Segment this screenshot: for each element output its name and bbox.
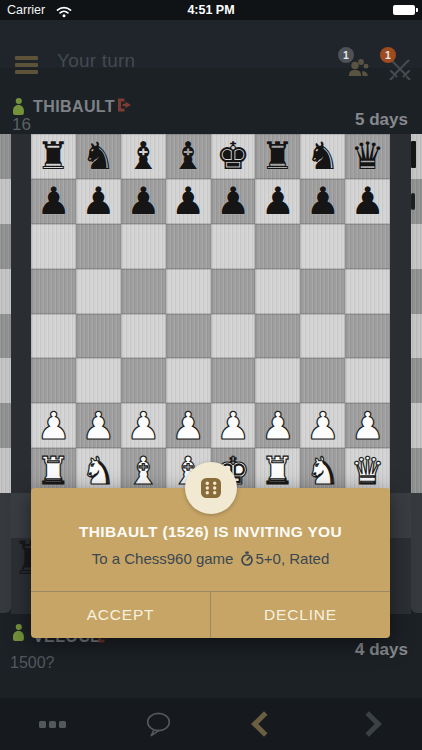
black-rook: ♜	[261, 137, 295, 175]
right-card-corner	[411, 493, 422, 613]
speech-bubble-icon	[145, 712, 172, 737]
black-pawn: ♟	[81, 182, 115, 220]
neighbor-square	[0, 314, 11, 359]
square-c8[interactable]: ♝	[121, 134, 166, 179]
black-pawn: ♟	[216, 182, 250, 220]
square-b2[interactable]: ♟	[76, 403, 121, 448]
square-h2[interactable]: ♟	[345, 403, 390, 448]
menu-button[interactable]	[15, 56, 38, 74]
square-f6[interactable]	[255, 224, 300, 269]
black-queen: ♛	[351, 137, 385, 175]
white-pawn: ♟	[81, 407, 115, 445]
square-f3[interactable]	[255, 358, 300, 403]
square-h5[interactable]	[345, 269, 390, 314]
neighbor-square	[411, 448, 422, 493]
player-icon	[13, 98, 24, 116]
square-g5[interactable]	[300, 269, 345, 314]
neighbor-square	[411, 269, 422, 314]
square-h4[interactable]	[345, 314, 390, 359]
square-e8[interactable]: ♚	[211, 134, 256, 179]
square-d3[interactable]	[166, 358, 211, 403]
incoming-challenge-icon	[117, 97, 134, 117]
square-d8[interactable]: ♝	[166, 134, 211, 179]
chess-board[interactable]: ♜♞♝♝♚♜♞♛♟♟♟♟♟♟♟♟♟♟♟♟♟♟♟♟♜♞♝♝♚♜♞♛	[31, 134, 390, 493]
square-g2[interactable]: ♟	[300, 403, 345, 448]
battery-tip	[416, 8, 418, 12]
square-d4[interactable]	[166, 314, 211, 359]
previous-game-button[interactable]	[211, 698, 317, 750]
square-c4[interactable]	[121, 314, 166, 359]
app-header: Your turn 1 1	[0, 20, 422, 68]
ghost-black-rook: ♜	[12, 535, 31, 581]
square-a4[interactable]	[31, 314, 76, 359]
white-bishop: ♝	[126, 452, 160, 490]
square-c3[interactable]	[121, 358, 166, 403]
white-knight: ♞	[81, 452, 115, 490]
right-neighbor-board-edge	[411, 134, 422, 493]
chevron-left-icon	[251, 711, 276, 736]
neighbor-square	[0, 448, 11, 493]
black-pawn: ♟	[126, 182, 160, 220]
dialog-subtitle: To a Chess960 game 5+0, Rated	[31, 550, 390, 567]
neighbor-square	[0, 269, 11, 314]
black-knight: ♞	[81, 137, 115, 175]
dialog-buttons: ACCEPT DECLINE	[31, 591, 390, 638]
subtitle-text: To a Chess960 game	[92, 550, 234, 567]
square-a8[interactable]: ♜	[31, 134, 76, 179]
square-g8[interactable]: ♞	[300, 134, 345, 179]
accept-button[interactable]: ACCEPT	[31, 592, 211, 638]
square-a1[interactable]: ♜	[31, 448, 76, 493]
more-options-button[interactable]	[0, 698, 106, 750]
black-pawn: ♟	[306, 182, 340, 220]
friends-badge: 1	[338, 47, 354, 63]
black-rook: ♜	[36, 137, 70, 175]
square-h3[interactable]	[345, 358, 390, 403]
white-pawn: ♟	[171, 407, 205, 445]
neighbor-square	[0, 179, 11, 224]
white-rook: ♜	[36, 452, 70, 490]
white-knight: ♞	[306, 452, 340, 490]
bottom-toolbar	[0, 698, 422, 750]
white-pawn: ♟	[36, 407, 70, 445]
white-pawn: ♟	[216, 407, 250, 445]
white-queen: ♛	[351, 452, 385, 490]
square-b7[interactable]: ♟	[76, 179, 121, 224]
time-left-label: 5 days	[355, 110, 408, 130]
square-b8[interactable]: ♞	[76, 134, 121, 179]
square-f7[interactable]: ♟	[255, 179, 300, 224]
chat-button[interactable]	[106, 698, 212, 750]
black-pawn: ♟	[261, 182, 295, 220]
neighbor-square	[411, 403, 422, 448]
square-e2[interactable]: ♟	[211, 403, 256, 448]
neighbor-square	[411, 314, 422, 359]
black-bishop: ♝	[171, 137, 205, 175]
neighbor-square	[0, 134, 11, 179]
square-a5[interactable]	[31, 269, 76, 314]
square-f2[interactable]: ♟	[255, 403, 300, 448]
next-board-peek: ♜	[11, 493, 31, 614]
neighbor-square	[411, 179, 422, 224]
white-pawn: ♟	[126, 407, 160, 445]
neighbor-square	[0, 403, 11, 448]
square-d7[interactable]: ♟	[166, 179, 211, 224]
opponent-name: THIBAULT	[33, 98, 115, 116]
square-d2[interactable]: ♟	[166, 403, 211, 448]
black-pawn: ♟	[351, 182, 385, 220]
square-d6[interactable]	[166, 224, 211, 269]
square-b3[interactable]	[76, 358, 121, 403]
square-f8[interactable]: ♜	[255, 134, 300, 179]
square-f1[interactable]: ♜	[255, 448, 300, 493]
neighbor-square	[411, 358, 422, 403]
square-g3[interactable]	[300, 358, 345, 403]
page-title: Your turn	[57, 50, 135, 72]
left-neighbor-board-edge	[0, 134, 11, 493]
battery-icon	[393, 5, 415, 15]
neighbor-square	[411, 224, 422, 269]
white-pawn: ♟	[306, 407, 340, 445]
square-h1[interactable]: ♛	[345, 448, 390, 493]
square-h7[interactable]: ♟	[345, 179, 390, 224]
next-game-button[interactable]	[317, 698, 422, 750]
clock-label: 4:51 PM	[0, 3, 422, 17]
square-d5[interactable]	[166, 269, 211, 314]
left-card-corner	[0, 493, 11, 613]
chess960-die-icon	[200, 477, 222, 499]
white-pawn: ♟	[261, 407, 295, 445]
right-gutter	[390, 134, 411, 493]
time-left-label: 4 days	[355, 640, 408, 660]
square-e4[interactable]	[211, 314, 256, 359]
black-bishop: ♝	[126, 137, 160, 175]
dialog-title: THIBAULT (1526) IS INVITING YOU	[31, 523, 390, 541]
square-c5[interactable]	[121, 269, 166, 314]
three-dots-icon	[39, 721, 46, 728]
neighbor-square	[0, 358, 11, 403]
square-e5[interactable]	[211, 269, 256, 314]
time-control-text: 5+0, Rated	[255, 550, 329, 567]
square-c1[interactable]: ♝	[121, 448, 166, 493]
challenges-badge: 1	[380, 47, 396, 63]
square-b6[interactable]	[76, 224, 121, 269]
square-g4[interactable]	[300, 314, 345, 359]
square-c2[interactable]: ♟	[121, 403, 166, 448]
status-bar: Carrier 4:51 PM	[0, 0, 422, 20]
black-knight: ♞	[306, 137, 340, 175]
square-g7[interactable]: ♟	[300, 179, 345, 224]
black-king: ♚	[216, 137, 250, 175]
neighbor-square	[411, 134, 422, 179]
decline-button[interactable]: DECLINE	[211, 592, 390, 638]
square-f4[interactable]	[255, 314, 300, 359]
black-pawn: ♟	[171, 182, 205, 220]
square-g1[interactable]: ♞	[300, 448, 345, 493]
app-screen: Carrier 4:51 PM Your turn 1 1	[0, 0, 422, 750]
square-c7[interactable]: ♟	[121, 179, 166, 224]
chevron-right-icon	[357, 711, 382, 736]
white-pawn: ♟	[351, 407, 385, 445]
stopwatch-icon	[240, 551, 254, 566]
square-b5[interactable]	[76, 269, 121, 314]
white-rook: ♜	[261, 452, 295, 490]
challenge-dialog: THIBAULT (1526) IS INVITING YOU To a Che…	[31, 488, 390, 638]
square-a3[interactable]	[31, 358, 76, 403]
next-board-peek-right	[390, 493, 411, 614]
square-e6[interactable]	[211, 224, 256, 269]
opponent-rating: 1500?	[10, 654, 55, 672]
square-b1[interactable]: ♞	[76, 448, 121, 493]
neighbor-square	[0, 224, 11, 269]
square-g6[interactable]	[300, 224, 345, 269]
square-h6[interactable]	[345, 224, 390, 269]
square-c6[interactable]	[121, 224, 166, 269]
black-pawn: ♟	[36, 182, 70, 220]
square-h8[interactable]: ♛	[345, 134, 390, 179]
square-e7[interactable]: ♟	[211, 179, 256, 224]
variant-badge	[185, 462, 237, 514]
opponent-rating-clipped: 16	[12, 115, 31, 135]
square-b4[interactable]	[76, 314, 121, 359]
left-gutter	[11, 134, 31, 493]
square-a6[interactable]	[31, 224, 76, 269]
square-f5[interactable]	[255, 269, 300, 314]
square-e3[interactable]	[211, 358, 256, 403]
square-a7[interactable]: ♟	[31, 179, 76, 224]
player-icon	[13, 624, 24, 642]
square-a2[interactable]: ♟	[31, 403, 76, 448]
